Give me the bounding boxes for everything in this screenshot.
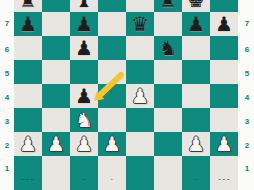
rank-label-7-right: 7	[240, 19, 254, 29]
square-a3[interactable]	[14, 108, 42, 132]
square-cut-bottom-g1	[182, 180, 210, 190]
rank-label-1-right: 1	[240, 164, 254, 174]
square-h7[interactable]: ♟	[210, 12, 238, 36]
square-g1[interactable]: ♚	[182, 156, 210, 180]
rank-label-6-right: 6	[240, 45, 254, 55]
square-e3[interactable]	[126, 108, 154, 132]
white-pawn-d2[interactable]: ♟	[98, 132, 126, 156]
square-b8[interactable]	[42, 0, 70, 12]
square-f3[interactable]	[154, 108, 182, 132]
square-c6[interactable]: ♟	[70, 36, 98, 60]
square-a2[interactable]: ♟	[14, 132, 42, 156]
square-c8[interactable]: ♝	[70, 0, 98, 12]
square-h1[interactable]: ♜	[210, 156, 238, 180]
square-c5[interactable]	[70, 60, 98, 84]
square-a6[interactable]	[14, 36, 42, 60]
square-d5[interactable]	[98, 60, 126, 84]
square-f1[interactable]	[154, 156, 182, 180]
square-d1[interactable]: ♛	[98, 156, 126, 180]
square-h2[interactable]: ♟	[210, 132, 238, 156]
rank-label-4-left: 4	[0, 93, 14, 103]
square-c7[interactable]: ♟	[70, 12, 98, 36]
square-f7[interactable]	[154, 12, 182, 36]
rank-label-3-right: 3	[240, 117, 254, 127]
square-d6[interactable]	[98, 36, 126, 60]
chess-app-screenshot: ♜♝♜♚♟♟♛♟♟♟♞♟♟♞♟♟♟♟♟♟♜♝♛♚♜ 77665544332211	[0, 0, 254, 190]
square-d7[interactable]	[98, 12, 126, 36]
rank-label-6-left: 6	[0, 45, 14, 55]
square-a7[interactable]: ♟	[14, 12, 42, 36]
square-g7[interactable]: ♟	[182, 12, 210, 36]
rank-label-1-left: 1	[0, 164, 14, 174]
black-pawn-c6[interactable]: ♟	[70, 36, 98, 60]
square-g8[interactable]: ♚	[182, 0, 210, 12]
square-b4[interactable]	[42, 84, 70, 108]
black-queen-e7[interactable]: ♛	[126, 12, 154, 36]
square-a4[interactable]	[14, 84, 42, 108]
rank-label-3-left: 3	[0, 117, 14, 127]
square-e6[interactable]	[126, 36, 154, 60]
square-cut-bottom-a1	[14, 180, 42, 190]
square-g2[interactable]: ♟	[182, 132, 210, 156]
black-pawn-a7[interactable]: ♟	[14, 12, 42, 36]
square-cut-bottom-h1	[210, 180, 238, 190]
square-a1[interactable]: ♜	[14, 156, 42, 180]
black-rook-f8[interactable]: ♜	[154, 0, 182, 12]
white-pawn-e4[interactable]: ♟	[126, 84, 154, 108]
square-g6[interactable]	[182, 36, 210, 60]
square-a5[interactable]	[14, 60, 42, 84]
square-d8[interactable]	[98, 0, 126, 12]
square-g3[interactable]	[182, 108, 210, 132]
square-d4[interactable]	[98, 84, 126, 108]
square-e5[interactable]	[126, 60, 154, 84]
square-g4[interactable]	[182, 84, 210, 108]
square-cut-bottom-b1	[42, 180, 70, 190]
white-pawn-a2[interactable]: ♟	[14, 132, 42, 156]
square-h3[interactable]	[210, 108, 238, 132]
square-c3[interactable]: ♞	[70, 108, 98, 132]
square-f8[interactable]: ♜	[154, 0, 182, 12]
square-e8[interactable]	[126, 0, 154, 12]
rank-label-7-left: 7	[0, 19, 14, 29]
square-e7[interactable]: ♛	[126, 12, 154, 36]
square-h5[interactable]	[210, 60, 238, 84]
square-e4[interactable]: ♟	[126, 84, 154, 108]
square-f6[interactable]: ♞	[154, 36, 182, 60]
black-knight-f6[interactable]: ♞	[154, 36, 182, 60]
white-pawn-c2[interactable]: ♟	[70, 132, 98, 156]
rank-label-4-right: 4	[240, 93, 254, 103]
white-pawn-h2[interactable]: ♟	[210, 132, 238, 156]
rank-label-2-right: 2	[240, 141, 254, 151]
white-pawn-b2[interactable]: ♟	[42, 132, 70, 156]
square-b7[interactable]	[42, 12, 70, 36]
black-pawn-h7[interactable]: ♟	[210, 12, 238, 36]
square-c1[interactable]: ♝	[70, 156, 98, 180]
square-cut-bottom-e1	[126, 180, 154, 190]
white-knight-c3[interactable]: ♞	[70, 108, 98, 132]
square-b1[interactable]	[42, 156, 70, 180]
square-h4[interactable]	[210, 84, 238, 108]
square-d3[interactable]	[98, 108, 126, 132]
black-rook-a8[interactable]: ♜	[14, 0, 42, 12]
square-b6[interactable]	[42, 36, 70, 60]
white-pawn-g2[interactable]: ♟	[182, 132, 210, 156]
square-b3[interactable]	[42, 108, 70, 132]
square-h6[interactable]	[210, 36, 238, 60]
square-d2[interactable]: ♟	[98, 132, 126, 156]
square-c4[interactable]: ♟	[70, 84, 98, 108]
square-e2[interactable]	[126, 132, 154, 156]
rank-label-5-left: 5	[0, 69, 14, 79]
square-e1[interactable]	[126, 156, 154, 180]
black-bishop-c8[interactable]: ♝	[70, 0, 98, 12]
black-pawn-c4[interactable]: ♟	[70, 84, 98, 108]
square-b5[interactable]	[42, 60, 70, 84]
rank-label-2-left: 2	[0, 141, 14, 151]
square-f2[interactable]	[154, 132, 182, 156]
square-b2[interactable]: ♟	[42, 132, 70, 156]
square-cut-bottom-d1	[98, 180, 126, 190]
black-king-g8[interactable]: ♚	[182, 0, 210, 12]
square-h8[interactable]	[210, 0, 238, 12]
square-a8[interactable]: ♜	[14, 0, 42, 12]
square-g5[interactable]	[182, 60, 210, 84]
black-pawn-g7[interactable]: ♟	[182, 12, 210, 36]
black-pawn-c7[interactable]: ♟	[70, 12, 98, 36]
chess-board[interactable]: ♜♝♜♚♟♟♛♟♟♟♞♟♟♞♟♟♟♟♟♟♜♝♛♚♜	[14, 0, 238, 190]
square-cut-bottom-f1	[154, 180, 182, 190]
square-cut-bottom-c1	[70, 180, 98, 190]
square-f4[interactable]	[154, 84, 182, 108]
square-f5[interactable]	[154, 60, 182, 84]
rank-label-5-right: 5	[240, 69, 254, 79]
square-c2[interactable]: ♟	[70, 132, 98, 156]
